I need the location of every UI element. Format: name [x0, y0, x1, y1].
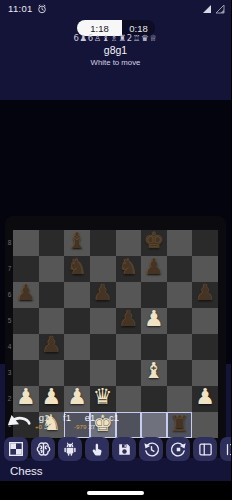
square-b5[interactable]: [39, 308, 65, 334]
black-bishop: ♝: [64, 228, 90, 254]
square-h4[interactable]: [192, 334, 218, 360]
square-b3[interactable]: [39, 360, 65, 386]
square-b8[interactable]: [39, 230, 65, 256]
square-c2[interactable]: ♟: [64, 386, 90, 412]
replay-icon: [170, 441, 187, 458]
square-h8[interactable]: [192, 230, 218, 256]
partial-icon: [225, 442, 232, 457]
chess-app-screen: { "game": "chess", "position": "2b2k2/2n…: [0, 0, 231, 500]
rank-label-7: 7: [6, 256, 13, 282]
square-a5[interactable]: [13, 308, 39, 334]
square-f6[interactable]: [141, 282, 167, 308]
square-c8[interactable]: ♝: [64, 230, 90, 256]
white-pawn: ♟: [13, 384, 39, 410]
candidate-move-e1[interactable]: e1: [79, 412, 101, 423]
square-a7[interactable]: [13, 256, 39, 282]
square-g3[interactable]: [167, 360, 193, 386]
square-f5[interactable]: ♟: [141, 308, 167, 334]
white-pawn: ♟: [64, 384, 90, 410]
rank-label-2: 2: [6, 386, 13, 412]
black-knight: ♞: [116, 254, 142, 280]
gesture-handle[interactable]: [87, 491, 144, 495]
square-d8[interactable]: [90, 230, 116, 256]
square-e7[interactable]: ♞: [116, 256, 142, 282]
candidate-move-g1[interactable]: g1: [33, 412, 55, 423]
square-c5[interactable]: [64, 308, 90, 334]
rank-label-4: 4: [6, 334, 13, 360]
black-pawn: ♟: [13, 280, 39, 306]
partial-button[interactable]: [220, 437, 231, 461]
black-pawn: ♟: [116, 306, 142, 332]
square-a4[interactable]: [13, 334, 39, 360]
white-pawn: ♟: [192, 384, 218, 410]
square-h3[interactable]: [192, 360, 218, 386]
turn-indicator-text: White to move: [0, 58, 231, 67]
captured-material-line: 6♟6♙♝♗♜2♖♛♕: [0, 33, 231, 43]
square-g8[interactable]: [167, 230, 193, 256]
square-e3[interactable]: [116, 360, 142, 386]
last-move-text: g8g1: [0, 44, 231, 56]
candidate-move-f1[interactable]: f1: [56, 412, 78, 423]
square-b2[interactable]: ♟: [39, 386, 65, 412]
square-g2[interactable]: [167, 386, 193, 412]
square-g7[interactable]: [167, 256, 193, 282]
square-a6[interactable]: ♟: [13, 282, 39, 308]
square-c7[interactable]: ♞: [64, 256, 90, 282]
candidate-eval-e1: -97927: [74, 423, 95, 430]
square-h6[interactable]: ♟: [192, 282, 218, 308]
square-d2[interactable]: ♛: [90, 386, 116, 412]
rank-label-5: 5: [6, 308, 13, 334]
square-c6[interactable]: [64, 282, 90, 308]
board-button[interactable]: [4, 437, 28, 461]
layout-button[interactable]: [193, 437, 217, 461]
square-b6[interactable]: [39, 282, 65, 308]
square-b4[interactable]: ♟: [39, 334, 65, 360]
bottom-toolbar: [0, 437, 231, 462]
signal-icon: [215, 4, 225, 14]
square-f3[interactable]: ♝: [141, 360, 167, 386]
wifi-icon: [202, 4, 212, 14]
black-pawn: ♟: [192, 280, 218, 306]
app-title: Chess: [10, 465, 43, 477]
square-g5[interactable]: [167, 308, 193, 334]
white-queen: ♛: [90, 384, 116, 410]
square-g4[interactable]: [167, 334, 193, 360]
status-bar: 11:01: [0, 0, 231, 18]
replay-button[interactable]: [166, 437, 190, 461]
board-section: ♝♚♞♞♟♟♟♟♟♟♟♝♟♟♟♛♟♞♚♜ 87654321 ABCDEFGH: [0, 100, 231, 364]
chess-board[interactable]: ♝♚♞♞♟♟♟♟♟♟♟♝♟♟♟♛♟♞♚♜: [13, 230, 218, 438]
square-e8[interactable]: [116, 230, 142, 256]
android-icon: [62, 441, 78, 457]
candidate-eval-g1: +033: [35, 423, 51, 430]
history-button[interactable]: [139, 437, 163, 461]
white-pawn: ♟: [141, 306, 167, 332]
square-d6[interactable]: ♟: [90, 282, 116, 308]
android-button[interactable]: [58, 437, 82, 461]
android-nav-bar: [0, 481, 231, 500]
black-knight: ♞: [64, 254, 90, 280]
board-icon: [8, 441, 24, 457]
brain-button[interactable]: [31, 437, 55, 461]
square-d5[interactable]: [90, 308, 116, 334]
square-f7[interactable]: ♟: [141, 256, 167, 282]
hand-button[interactable]: [85, 437, 109, 461]
layout-icon: [198, 442, 213, 457]
black-king: ♚: [141, 228, 167, 254]
square-f2[interactable]: [141, 386, 167, 412]
black-pawn: ♟: [141, 254, 167, 280]
square-b7[interactable]: [39, 256, 65, 282]
square-f4[interactable]: [141, 334, 167, 360]
brain-icon: [35, 441, 52, 458]
engine-analysis-row: g1 f1 e1 c1 +033 -97927: [0, 412, 231, 436]
black-pawn: ♟: [39, 332, 65, 358]
square-f8[interactable]: ♚: [141, 230, 167, 256]
history-icon: [143, 441, 160, 458]
save-button[interactable]: [112, 437, 136, 461]
candidate-move-c1[interactable]: c1: [103, 412, 125, 423]
square-d7[interactable]: [90, 256, 116, 282]
square-g6[interactable]: [167, 282, 193, 308]
white-pawn: ♟: [39, 384, 65, 410]
square-h5[interactable]: [192, 308, 218, 334]
undo-button[interactable]: [6, 413, 32, 432]
white-bishop: ♝: [141, 358, 167, 384]
save-icon: [117, 442, 132, 457]
rank-label-8: 8: [6, 230, 13, 256]
status-icons: [202, 4, 225, 14]
square-a8[interactable]: [13, 230, 39, 256]
square-c3[interactable]: [64, 360, 90, 386]
rank-label-6: 6: [6, 282, 13, 308]
square-h7[interactable]: [192, 256, 218, 282]
square-a2[interactable]: ♟: [13, 386, 39, 412]
square-d4[interactable]: [90, 334, 116, 360]
square-h2[interactable]: ♟: [192, 386, 218, 412]
square-e6[interactable]: [116, 282, 142, 308]
clock-time: 11:01: [8, 3, 33, 14]
square-d3[interactable]: [90, 360, 116, 386]
square-e5[interactable]: ♟: [116, 308, 142, 334]
hand-icon: [90, 442, 105, 457]
square-e2[interactable]: [116, 386, 142, 412]
alarm-icon: [37, 4, 47, 14]
square-a3[interactable]: [13, 360, 39, 386]
rank-label-3: 3: [6, 360, 13, 386]
black-pawn: ♟: [90, 280, 116, 306]
square-c4[interactable]: [64, 334, 90, 360]
square-e4[interactable]: [116, 334, 142, 360]
